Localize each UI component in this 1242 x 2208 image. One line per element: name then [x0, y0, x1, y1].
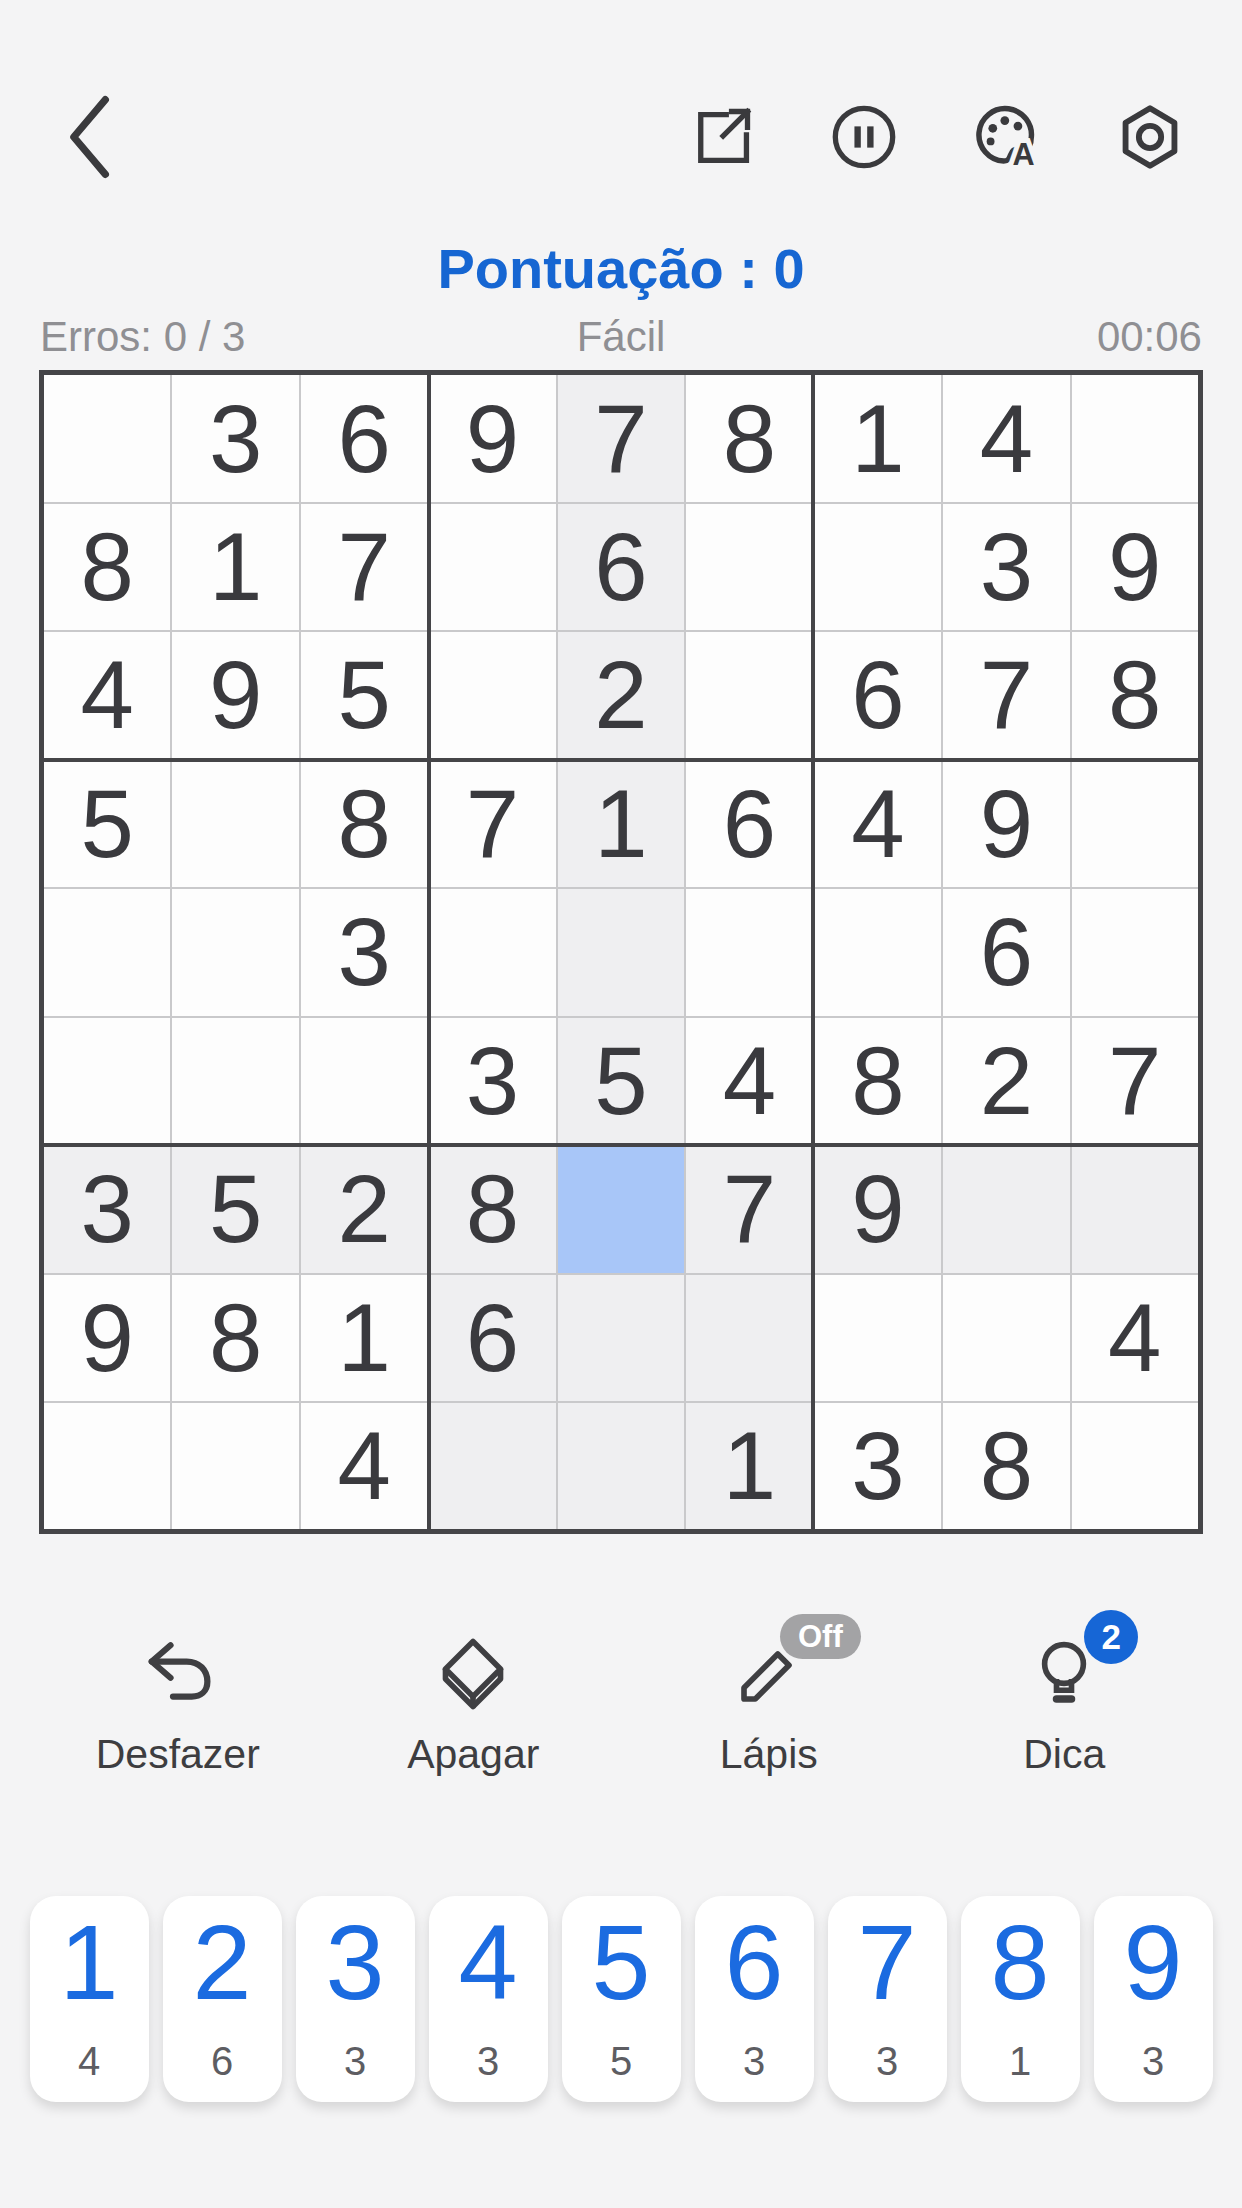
share-button[interactable] — [688, 103, 756, 171]
cell-r2c1[interactable]: 8 — [44, 504, 170, 630]
cell-r2c7[interactable] — [815, 504, 941, 630]
cell-r9c1[interactable] — [44, 1403, 170, 1529]
difficulty-text: Fácil — [427, 312, 814, 362]
cell-r4c6[interactable]: 6 — [686, 761, 812, 887]
undo-label: Desfazer — [96, 1730, 260, 1779]
cell-r3c9[interactable]: 8 — [1072, 632, 1198, 758]
score-text: Pontuação : 0 — [0, 234, 1242, 304]
pause-icon — [830, 103, 898, 171]
numpad-digit: 1 — [60, 1909, 119, 2015]
numpad-remaining-count: 4 — [78, 2041, 100, 2081]
cell-r2c3[interactable]: 7 — [301, 504, 427, 630]
cell-r6c7[interactable]: 8 — [815, 1018, 941, 1144]
numpad-digit: 7 — [858, 1909, 917, 2015]
numpad-remaining-count: 1 — [1009, 2041, 1031, 2081]
numpad-remaining-count: 3 — [1142, 2041, 1164, 2081]
cell-r2c9[interactable]: 9 — [1072, 504, 1198, 630]
numpad-remaining-count: 3 — [876, 2041, 898, 2081]
back-icon — [62, 91, 120, 183]
cell-r1c4[interactable]: 9 — [429, 375, 555, 501]
undo-icon — [138, 1634, 218, 1714]
cell-r8c9[interactable]: 4 — [1072, 1275, 1198, 1401]
settings-button[interactable] — [1116, 103, 1184, 171]
cell-r1c6[interactable]: 8 — [686, 375, 812, 501]
cell-r1c1[interactable] — [44, 375, 170, 501]
theme-button[interactable]: A — [972, 102, 1042, 172]
numpad-key-7[interactable]: 73 — [828, 1896, 947, 2102]
cell-r5c9[interactable] — [1072, 889, 1198, 1015]
cell-r8c2[interactable]: 8 — [172, 1275, 298, 1401]
cell-r9c7[interactable]: 3 — [815, 1403, 941, 1529]
cell-r4c4[interactable]: 7 — [429, 761, 555, 887]
numpad: 142633435563738193 — [0, 1896, 1242, 2102]
numpad-remaining-count: 6 — [211, 2041, 233, 2081]
cell-r6c6[interactable]: 4 — [686, 1018, 812, 1144]
errors-text: Erros: 0 / 3 — [40, 312, 427, 362]
cell-r1c3[interactable]: 6 — [301, 375, 427, 501]
cell-r6c3[interactable] — [301, 1018, 427, 1144]
cell-r1c8[interactable]: 4 — [943, 375, 1069, 501]
cell-r2c6[interactable] — [686, 504, 812, 630]
numpad-digit: 8 — [991, 1909, 1050, 2015]
share-icon — [688, 103, 756, 171]
hint-label: Dica — [1023, 1730, 1105, 1779]
cell-r8c7[interactable] — [815, 1275, 941, 1401]
cell-r8c4[interactable]: 6 — [429, 1275, 555, 1401]
status-row: Erros: 0 / 3 Fácil 00:06 — [0, 312, 1242, 362]
back-button[interactable] — [62, 91, 120, 183]
cell-r7c1[interactable]: 3 — [44, 1146, 170, 1272]
cell-r3c7[interactable]: 6 — [815, 632, 941, 758]
cell-r5c7[interactable] — [815, 889, 941, 1015]
cell-r5c6[interactable] — [686, 889, 812, 1015]
cell-r6c9[interactable]: 7 — [1072, 1018, 1198, 1144]
numpad-digit: 6 — [725, 1909, 784, 2015]
cell-r3c8[interactable]: 7 — [943, 632, 1069, 758]
cell-r9c2[interactable] — [172, 1403, 298, 1529]
numpad-key-3[interactable]: 33 — [296, 1896, 415, 2102]
numpad-key-8[interactable]: 81 — [961, 1896, 1080, 2102]
cell-r1c2[interactable]: 3 — [172, 375, 298, 501]
toolbar: Desfazer Apagar Off Lápis 2 — [0, 1634, 1242, 1779]
cell-r3c6[interactable] — [686, 632, 812, 758]
cell-r4c7[interactable]: 4 — [815, 761, 941, 887]
numpad-key-5[interactable]: 55 — [562, 1896, 681, 2102]
cell-r9c8[interactable]: 8 — [943, 1403, 1069, 1529]
hint-count-badge: 2 — [1084, 1610, 1138, 1664]
cell-r1c9[interactable] — [1072, 375, 1198, 501]
cell-r6c5[interactable]: 5 — [558, 1018, 684, 1144]
cell-r3c2[interactable]: 9 — [172, 632, 298, 758]
pause-button[interactable] — [830, 103, 898, 171]
pencil-button[interactable]: Off Lápis — [621, 1634, 917, 1779]
numpad-digit: 2 — [193, 1909, 252, 2015]
cell-r7c2[interactable]: 5 — [172, 1146, 298, 1272]
cell-r7c3[interactable]: 2 — [301, 1146, 427, 1272]
numpad-remaining-count: 5 — [610, 2041, 632, 2081]
cell-r3c1[interactable]: 4 — [44, 632, 170, 758]
cell-r8c5[interactable] — [558, 1275, 684, 1401]
cell-r8c6[interactable] — [686, 1275, 812, 1401]
numpad-key-1[interactable]: 14 — [30, 1896, 149, 2102]
cell-r6c4[interactable]: 3 — [429, 1018, 555, 1144]
cell-r9c6[interactable]: 1 — [686, 1403, 812, 1529]
cell-r4c2[interactable] — [172, 761, 298, 887]
palette-icon: A — [972, 102, 1042, 172]
cell-r7c6[interactable]: 7 — [686, 1146, 812, 1272]
cell-r8c1[interactable]: 9 — [44, 1275, 170, 1401]
sudoku-cells: 3697814817639495267858716493635482735287… — [44, 375, 1198, 1529]
cell-r5c3[interactable]: 3 — [301, 889, 427, 1015]
cell-r9c3[interactable]: 4 — [301, 1403, 427, 1529]
pencil-mode-badge: Off — [780, 1614, 861, 1659]
cell-r2c5[interactable]: 6 — [558, 504, 684, 630]
cell-r6c8[interactable]: 2 — [943, 1018, 1069, 1144]
timer-text: 00:06 — [815, 312, 1202, 362]
numpad-digit: 4 — [459, 1909, 518, 2015]
cell-r2c4[interactable] — [429, 504, 555, 630]
svg-text:A: A — [1012, 137, 1034, 171]
settings-icon — [1116, 103, 1184, 171]
numpad-key-2[interactable]: 26 — [163, 1896, 282, 2102]
cell-r1c5[interactable]: 7 — [558, 375, 684, 501]
sudoku-board: 3697814817639495267858716493635482735287… — [39, 370, 1203, 1534]
cell-r7c9[interactable] — [1072, 1146, 1198, 1272]
numpad-digit: 5 — [592, 1909, 651, 2015]
cell-r7c8[interactable] — [943, 1146, 1069, 1272]
erase-button[interactable]: Apagar — [326, 1634, 622, 1779]
cell-r8c3[interactable]: 1 — [301, 1275, 427, 1401]
erase-label: Apagar — [407, 1730, 539, 1779]
cell-r5c8[interactable]: 6 — [943, 889, 1069, 1015]
numpad-remaining-count: 3 — [344, 2041, 366, 2081]
cell-r2c2[interactable]: 1 — [172, 504, 298, 630]
cell-r8c8[interactable] — [943, 1275, 1069, 1401]
numpad-key-6[interactable]: 63 — [695, 1896, 814, 2102]
cell-r5c1[interactable] — [44, 889, 170, 1015]
cell-r3c4[interactable] — [429, 632, 555, 758]
cell-r4c5[interactable]: 1 — [558, 761, 684, 887]
cell-r4c8[interactable]: 9 — [943, 761, 1069, 887]
cell-r9c5[interactable] — [558, 1403, 684, 1529]
cell-r6c1[interactable] — [44, 1018, 170, 1144]
numpad-remaining-count: 3 — [477, 2041, 499, 2081]
cell-r4c9[interactable] — [1072, 761, 1198, 887]
numpad-digit: 3 — [326, 1909, 385, 2015]
cell-r5c5[interactable] — [558, 889, 684, 1015]
cell-r7c4[interactable]: 8 — [429, 1146, 555, 1272]
cell-r6c2[interactable] — [172, 1018, 298, 1144]
undo-button[interactable]: Desfazer — [30, 1634, 326, 1779]
cell-r4c3[interactable]: 8 — [301, 761, 427, 887]
cell-r9c9[interactable] — [1072, 1403, 1198, 1529]
numpad-digit: 9 — [1124, 1909, 1183, 2015]
cell-r9c4[interactable] — [429, 1403, 555, 1529]
cell-r3c5[interactable]: 2 — [558, 632, 684, 758]
numpad-remaining-count: 3 — [743, 2041, 765, 2081]
cell-r1c7[interactable]: 1 — [815, 375, 941, 501]
top-bar: A — [0, 0, 1242, 178]
topbar-icon-group: A — [688, 102, 1184, 172]
cell-r7c5[interactable] — [558, 1146, 684, 1272]
cell-r2c8[interactable]: 3 — [943, 504, 1069, 630]
cell-r5c2[interactable] — [172, 889, 298, 1015]
cell-r3c3[interactable]: 5 — [301, 632, 427, 758]
numpad-key-4[interactable]: 43 — [429, 1896, 548, 2102]
hint-button[interactable]: 2 Dica — [917, 1634, 1213, 1779]
cell-r7c7[interactable]: 9 — [815, 1146, 941, 1272]
eraser-icon — [433, 1634, 513, 1714]
cell-r5c4[interactable] — [429, 889, 555, 1015]
numpad-key-9[interactable]: 93 — [1094, 1896, 1213, 2102]
cell-r4c1[interactable]: 5 — [44, 761, 170, 887]
pencil-label: Lápis — [720, 1730, 818, 1779]
